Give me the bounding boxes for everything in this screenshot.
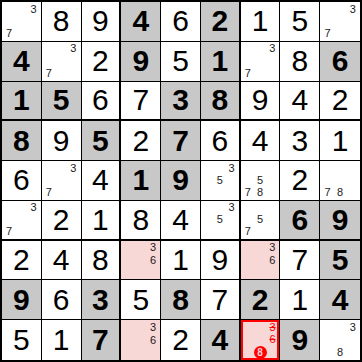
solved-digit: 1 (92, 205, 109, 235)
solved-digit: 4 (291, 85, 308, 115)
cell-r3c5[interactable]: 3 (161, 82, 201, 122)
cell-r6c1[interactable]: 37 (2, 201, 42, 241)
candidate-3: 3 (28, 202, 40, 214)
solved-digit: 4 (53, 245, 70, 275)
cell-r1c9[interactable]: 37 (320, 2, 360, 42)
solved-digit: 9 (53, 126, 70, 156)
cell-r8c8[interactable]: 1 (280, 280, 320, 320)
cell-r5c5[interactable]: 9 (161, 161, 201, 201)
solved-digit: 2 (332, 85, 349, 115)
cell-r9c3[interactable]: 7 (82, 320, 122, 360)
cell-r7c3[interactable]: 8 (82, 241, 122, 281)
given-digit: 9 (332, 205, 349, 235)
cell-r7c1[interactable]: 2 (2, 241, 42, 281)
candidate-8: 8 (254, 187, 266, 199)
candidate-7: 7 (242, 187, 254, 199)
solved-digit: 2 (291, 165, 308, 195)
solved-digit: 9 (252, 85, 269, 115)
solved-digit: 6 (53, 285, 70, 315)
solved-digit: 5 (132, 285, 149, 315)
cell-r1c8[interactable]: 5 (280, 2, 320, 42)
cell-r5c6[interactable]: 35 (201, 161, 241, 201)
solved-digit: 9 (211, 245, 228, 275)
candidate-3: 3 (226, 202, 238, 214)
given-digit: 5 (332, 245, 349, 275)
cell-r2c3[interactable]: 2 (82, 42, 122, 82)
candidate-3: 3 (266, 242, 278, 254)
candidate-grid: 36 (122, 242, 159, 279)
given-digit: 1 (211, 46, 228, 76)
cell-r5c9[interactable]: 78 (320, 161, 360, 201)
given-digit: 3 (92, 285, 109, 315)
given-digit: 8 (13, 126, 30, 156)
cell-r7c6[interactable]: 9 (201, 241, 241, 281)
cell-r2c1[interactable]: 4 (2, 42, 42, 82)
given-digit: 9 (132, 46, 149, 76)
cell-r8c6[interactable]: 7 (201, 280, 241, 320)
cell-r1c6[interactable]: 2 (201, 2, 241, 42)
cell-r9c5[interactable]: 2 (161, 320, 201, 360)
cell-r5c2[interactable]: 37 (42, 161, 82, 201)
cell-r7c7[interactable]: 36 (241, 241, 281, 281)
solved-digit: 8 (53, 6, 70, 36)
solved-digit: 2 (13, 245, 30, 275)
given-digit: 3 (172, 85, 189, 115)
cell-r2c4[interactable]: 9 (121, 42, 161, 82)
cell-r7c5[interactable]: 1 (161, 241, 201, 281)
solved-digit: 7 (211, 285, 228, 315)
cell-r8c1[interactable]: 9 (2, 280, 42, 320)
candidate-3: 3 (147, 321, 159, 334)
candidate-5: 5 (214, 214, 226, 226)
given-digit: 2 (211, 6, 228, 36)
cell-r5c8[interactable]: 2 (280, 161, 320, 201)
candidate-7: 7 (242, 67, 254, 79)
candidate-7: 7 (3, 28, 15, 40)
cell-r3c6[interactable]: 8 (201, 82, 241, 122)
candidate-grid: 37 (242, 43, 279, 80)
cell-r4c5[interactable]: 7 (161, 121, 201, 161)
solved-digit: 8 (291, 46, 308, 76)
given-digit: 8 (211, 85, 228, 115)
cell-r3c1[interactable]: 1 (2, 82, 42, 122)
given-digit: 9 (291, 325, 308, 355)
cell-r6c3[interactable]: 1 (82, 201, 122, 241)
cell-r6c9[interactable]: 9 (320, 201, 360, 241)
cell-r9c8[interactable]: 9 (280, 320, 320, 360)
candidate-3: 3 (147, 242, 159, 254)
solved-digit: 2 (92, 46, 109, 76)
cell-r1c4[interactable]: 4 (121, 2, 161, 42)
given-digit: 5 (53, 85, 70, 115)
cell-r4c9[interactable]: 1 (320, 121, 360, 161)
solved-digit: 6 (92, 85, 109, 115)
cell-r4c8[interactable]: 3 (280, 121, 320, 161)
candidate-grid: 35 (202, 162, 238, 199)
solved-digit: 1 (291, 285, 308, 315)
solved-digit: 1 (252, 6, 269, 36)
given-digit: 9 (13, 285, 30, 315)
cell-r2c9[interactable]: 6 (320, 42, 360, 82)
given-digit: 5 (92, 126, 109, 156)
candidate-7: 7 (321, 28, 334, 40)
candidate-3: 3 (226, 162, 238, 174)
candidate-grid: 36 (242, 242, 279, 279)
candidate-grid: 578 (242, 162, 279, 199)
candidate-3: 3 (346, 321, 359, 334)
candidate-grid: 78 (321, 162, 359, 199)
candidate-grid: 37 (3, 202, 40, 238)
sudoku-board: 3789462153743729513786156738942895276431… (0, 0, 362, 362)
cell-r9c7[interactable]: 368 (241, 320, 281, 360)
cell-r8c2[interactable]: 6 (42, 280, 82, 320)
cell-r3c7[interactable]: 9 (241, 82, 281, 122)
cell-r9c6[interactable]: 4 (201, 320, 241, 360)
solved-digit: 2 (53, 205, 70, 235)
eliminated-candidate-3: 3 (267, 321, 279, 333)
given-digit: 4 (211, 325, 228, 355)
solved-digit: 6 (172, 6, 189, 36)
cell-r9c1[interactable]: 5 (2, 320, 42, 360)
cell-r2c5[interactable]: 5 (161, 42, 201, 82)
candidate-grid: 37 (3, 3, 40, 40)
given-digit: 6 (291, 205, 308, 235)
candidate-7: 7 (43, 187, 55, 199)
given-digit: 9 (172, 165, 189, 195)
solved-digit: 8 (132, 205, 149, 235)
given-digit: 2 (252, 285, 269, 315)
solved-digit: 6 (13, 165, 30, 195)
given-digit: 4 (132, 6, 149, 36)
candidate-6: 6 (266, 254, 278, 266)
candidate-6: 6 (147, 334, 159, 347)
solved-digit: 3 (291, 126, 308, 156)
cell-r1c1[interactable]: 37 (2, 2, 42, 42)
cell-r4c2[interactable]: 9 (42, 121, 82, 161)
cell-r4c3[interactable]: 5 (82, 121, 122, 161)
candidate-8: 8 (334, 346, 347, 359)
given-digit: 1 (13, 85, 30, 115)
cell-r6c6[interactable]: 35 (201, 201, 241, 241)
solved-digit: 1 (172, 245, 189, 275)
candidate-3: 3 (346, 3, 359, 15)
cell-r8c5[interactable]: 8 (161, 280, 201, 320)
candidate-5: 5 (254, 174, 266, 186)
solved-digit: 2 (132, 126, 149, 156)
candidate-grid: 57 (242, 202, 279, 238)
given-digit: 8 (172, 285, 189, 315)
solved-digit: 4 (172, 205, 189, 235)
cell-r7c9[interactable]: 5 (320, 241, 360, 281)
candidate-grid: 37 (43, 43, 80, 80)
cell-r4c1[interactable]: 8 (2, 121, 42, 161)
cell-r5c4[interactable]: 1 (121, 161, 161, 201)
candidate-7: 7 (242, 226, 254, 238)
cell-r9c9[interactable]: 38 (320, 320, 360, 360)
cell-r6c7[interactable]: 57 (241, 201, 281, 241)
candidate-7: 7 (43, 67, 55, 79)
candidate-grid: 35 (202, 202, 238, 238)
cell-r4c7[interactable]: 4 (241, 121, 281, 161)
candidate-grid: 368 (242, 321, 279, 359)
cell-r2c7[interactable]: 37 (241, 42, 281, 82)
candidate-5: 5 (214, 174, 226, 186)
cell-r1c2[interactable]: 8 (42, 2, 82, 42)
candidate-grid: 36 (122, 321, 159, 359)
cell-r5c3[interactable]: 4 (82, 161, 122, 201)
solved-digit: 7 (132, 85, 149, 115)
cell-r7c2[interactable]: 4 (42, 241, 82, 281)
candidate-grid: 38 (321, 321, 359, 359)
candidate-6: 6 (147, 254, 159, 266)
cell-r3c2[interactable]: 5 (42, 82, 82, 122)
cell-r7c8[interactable]: 7 (280, 241, 320, 281)
placed-candidate-8: 8 (254, 346, 267, 359)
given-digit: 7 (92, 325, 109, 355)
solved-digit: 5 (172, 46, 189, 76)
cell-r2c2[interactable]: 37 (42, 42, 82, 82)
candidate-grid: 37 (43, 162, 80, 199)
candidate-3: 3 (28, 3, 40, 15)
candidate-7: 7 (3, 226, 15, 238)
cell-r8c3[interactable]: 3 (82, 280, 122, 320)
cell-r3c9[interactable]: 2 (320, 82, 360, 122)
cell-r5c7[interactable]: 578 (241, 161, 281, 201)
cell-r8c9[interactable]: 4 (320, 280, 360, 320)
given-digit: 1 (132, 165, 149, 195)
given-digit: 7 (172, 126, 189, 156)
solved-digit: 1 (332, 126, 349, 156)
solved-digit: 2 (172, 325, 189, 355)
cell-r2c8[interactable]: 8 (280, 42, 320, 82)
cell-r2c6[interactable]: 1 (201, 42, 241, 82)
cell-r4c6[interactable]: 6 (201, 121, 241, 161)
solved-digit: 4 (92, 165, 109, 195)
candidate-7: 7 (321, 187, 334, 199)
cell-r7c4[interactable]: 36 (121, 241, 161, 281)
cell-r6c5[interactable]: 4 (161, 201, 201, 241)
candidate-3: 3 (266, 43, 278, 55)
solved-digit: 9 (92, 6, 109, 36)
solved-digit: 4 (252, 126, 269, 156)
cell-r9c4[interactable]: 36 (121, 320, 161, 360)
cell-r3c3[interactable]: 6 (82, 82, 122, 122)
cell-r6c8[interactable]: 6 (280, 201, 320, 241)
cell-r6c2[interactable]: 2 (42, 201, 82, 241)
cell-r8c7[interactable]: 2 (241, 280, 281, 320)
cell-r6c4[interactable]: 8 (121, 201, 161, 241)
solved-digit: 6 (211, 126, 228, 156)
cell-r3c8[interactable]: 4 (280, 82, 320, 122)
candidate-3: 3 (67, 162, 79, 174)
solved-digit: 8 (92, 245, 109, 275)
cell-r1c7[interactable]: 1 (241, 2, 281, 42)
candidate-grid: 37 (321, 3, 359, 40)
given-digit: 4 (13, 46, 30, 76)
cell-r1c5[interactable]: 6 (161, 2, 201, 42)
solved-digit: 5 (291, 6, 308, 36)
cell-r3c4[interactable]: 7 (121, 82, 161, 122)
given-digit: 4 (332, 285, 349, 315)
given-digit: 6 (332, 46, 349, 76)
solved-digit: 5 (13, 325, 30, 355)
eliminated-candidate-6: 6 (267, 334, 279, 346)
candidate-8: 8 (334, 187, 347, 199)
cell-r4c4[interactable]: 2 (121, 121, 161, 161)
solved-digit: 1 (53, 325, 70, 355)
cell-r9c2[interactable]: 1 (42, 320, 82, 360)
cell-r5c1[interactable]: 6 (2, 161, 42, 201)
cell-r1c3[interactable]: 9 (82, 2, 122, 42)
candidate-5: 5 (254, 214, 266, 226)
solved-digit: 7 (291, 245, 308, 275)
candidate-3: 3 (67, 43, 79, 55)
cell-r8c4[interactable]: 5 (121, 280, 161, 320)
